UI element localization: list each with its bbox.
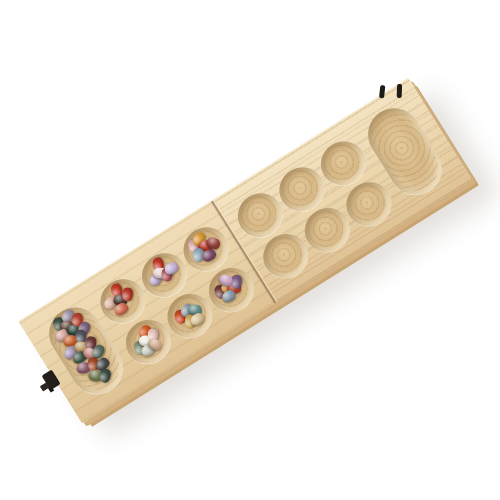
mancala-board [18,77,472,423]
gemstone [98,368,112,384]
latch-hook-hardware [397,84,402,98]
clasp-latch-hardware [42,370,61,391]
product-photo-scene [0,0,500,500]
